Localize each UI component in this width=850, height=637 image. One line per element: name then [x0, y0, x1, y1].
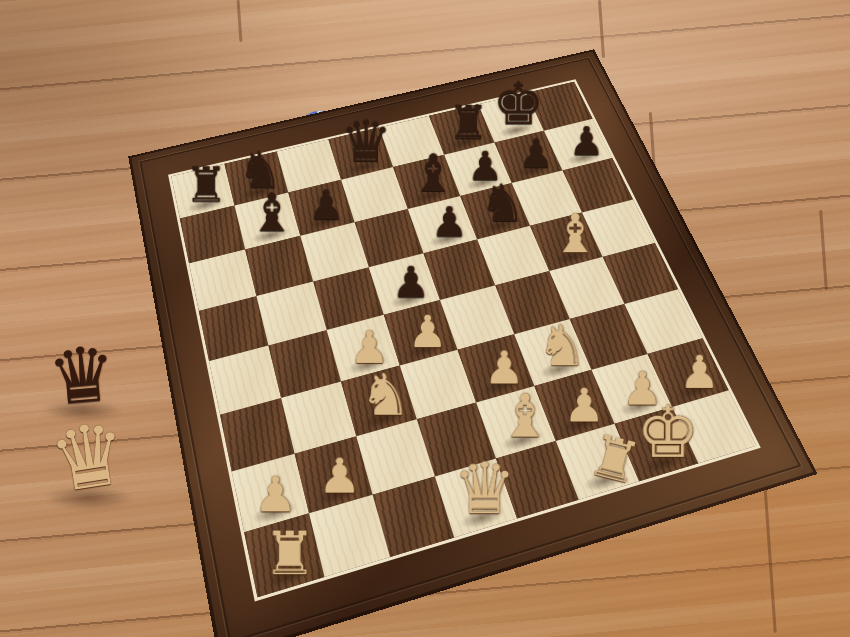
black-queen-d8[interactable]: ♛	[340, 112, 391, 170]
square-a8[interactable]: ♜	[171, 164, 234, 219]
black-pawn-c7[interactable]: ♟	[308, 185, 345, 226]
black-rook-a8[interactable]: ♜	[185, 161, 228, 209]
white-pawn-h2[interactable]: ♟	[679, 350, 720, 396]
square-a1[interactable]: ♜	[244, 513, 324, 597]
white-bishop-e2[interactable]: ♝	[498, 387, 551, 447]
white-bishop-g5[interactable]: ♝	[551, 207, 599, 261]
photo-scene: { "game": "chess", "scene": { "descripti…	[0, 0, 850, 637]
white-queen-d1[interactable]: ♛	[453, 453, 516, 524]
white-knight-f3[interactable]: ♞	[537, 318, 587, 374]
square-a6[interactable]	[189, 249, 256, 310]
black-pawn-g7[interactable]: ♟	[518, 134, 553, 174]
black-bishop-e7[interactable]: ♝	[410, 148, 456, 200]
white-knight-c3[interactable]: ♞	[360, 366, 412, 424]
black-rook-f8[interactable]: ♜	[448, 99, 489, 145]
white-pawn-b2[interactable]: ♟	[318, 452, 361, 500]
spare-white-queen[interactable]: ♛	[44, 408, 134, 505]
white-pawn-a2[interactable]: ♟	[254, 470, 298, 519]
black-bishop-b7[interactable]: ♝	[248, 186, 295, 239]
black-pawn-e6[interactable]: ♟	[431, 201, 468, 243]
white-pawn-d4[interactable]: ♟	[408, 310, 448, 355]
square-d8[interactable]: ♛	[328, 127, 393, 179]
black-knight-f6[interactable]: ♞	[480, 178, 526, 230]
white-rook-f1[interactable]: ♜	[583, 426, 646, 493]
white-rook-a1[interactable]: ♜	[263, 524, 316, 584]
black-king-g8[interactable]: ♚	[492, 75, 544, 133]
black-pawn-h7[interactable]: ♟	[569, 122, 604, 162]
black-pawn-d5[interactable]: ♟	[392, 261, 430, 304]
